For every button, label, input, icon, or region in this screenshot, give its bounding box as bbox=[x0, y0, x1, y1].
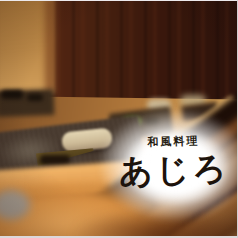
restaurant-name: あじろ bbox=[116, 148, 233, 191]
photo-edge-bottom bbox=[0, 236, 238, 238]
logo-overlay: 和風料理 あじろ bbox=[115, 133, 232, 191]
photo-edge-top bbox=[0, 0, 238, 1]
photo-edge-right bbox=[237, 0, 238, 238]
restaurant-photo: 和風料理 あじろ bbox=[0, 0, 238, 238]
